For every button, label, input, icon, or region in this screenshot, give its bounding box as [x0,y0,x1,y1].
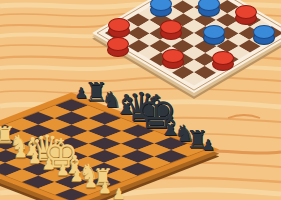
tabletop-scene: ♜♞♝♛♚♝♞♜♟♟♜♞♝♛♚♝♞♜♟♟♟♟♟♟♟♟ [0,0,281,200]
white-pawn[interactable]: ♟ [84,175,97,190]
white-pawn[interactable]: ♟ [56,163,69,178]
chess-pieces-layer: ♜♞♝♛♚♝♞♜♟♟♜♞♝♛♚♝♞♜♟♟♟♟♟♟♟♟ [0,0,281,200]
white-pawn[interactable]: ♟ [14,145,27,160]
white-pawn[interactable]: ♟ [98,181,111,196]
white-pawn[interactable]: ♟ [42,157,55,172]
black-pawn[interactable]: ♟ [201,138,214,153]
white-pawn[interactable]: ♟ [70,169,83,184]
white-pawn[interactable]: ♟ [112,187,125,200]
white-pawn[interactable]: ♟ [28,151,41,166]
black-pawn[interactable]: ♟ [74,86,87,101]
